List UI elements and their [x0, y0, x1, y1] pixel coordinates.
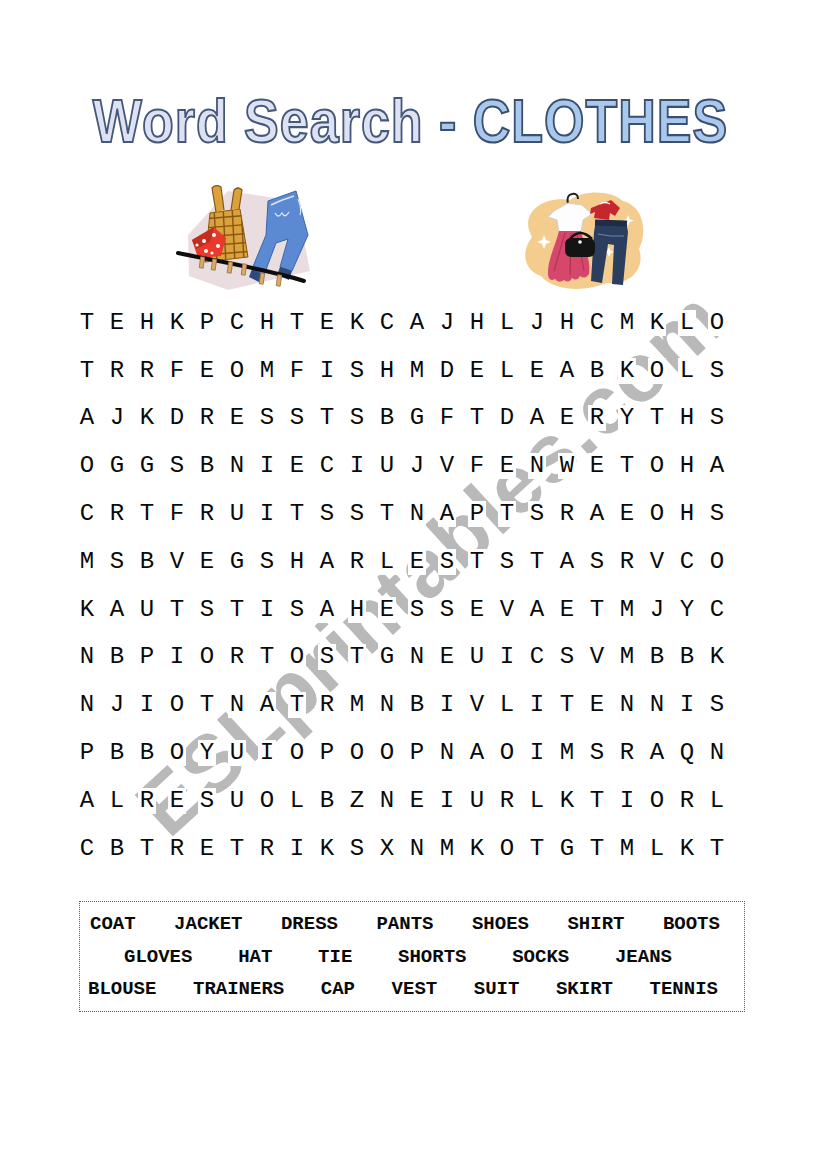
grid-letter: U — [228, 501, 246, 527]
grid-letter: V — [168, 549, 186, 575]
grid-cell: R — [252, 825, 282, 873]
grid-cell: T — [222, 825, 252, 873]
grid-letter: T — [138, 501, 156, 527]
grid-letter: O — [708, 549, 726, 575]
grid-letter: N — [408, 836, 426, 862]
grid-letter: G — [378, 644, 396, 670]
grid-cell: M — [612, 825, 642, 873]
grid-cell: P — [312, 729, 342, 777]
grid-cell: B — [672, 634, 702, 682]
grid-letter: H — [348, 597, 366, 623]
grid-letter: E — [618, 501, 636, 527]
grid-letter: R — [558, 501, 576, 527]
grid-cell: T — [582, 586, 612, 634]
grid-cell: H — [372, 347, 402, 395]
grid-cell: L — [282, 777, 312, 825]
grid-cell: N — [402, 490, 432, 538]
grid-cell: S — [342, 395, 372, 443]
grid-cell: M — [252, 347, 282, 395]
word-list-item: BLOUSE — [88, 978, 156, 1000]
grid-cell: S — [192, 586, 222, 634]
grid-letter: L — [378, 549, 396, 575]
grid-cell: C — [702, 586, 732, 634]
grid-cell: T — [282, 299, 312, 347]
grid-letter: A — [78, 405, 96, 431]
grid-letter: K — [618, 358, 636, 384]
grid-letter: K — [318, 836, 336, 862]
grid-letter: E — [468, 597, 486, 623]
grid-letter: K — [648, 310, 666, 336]
grid-cell: R — [132, 777, 162, 825]
grid-letter: B — [378, 405, 396, 431]
grid-cell: R — [102, 490, 132, 538]
grid-cell: S — [702, 347, 732, 395]
grid-cell: V — [492, 586, 522, 634]
grid-letter: O — [168, 692, 186, 718]
clothes-clipart — [510, 187, 650, 295]
grid-cell: T — [342, 634, 372, 682]
grid-letter: T — [468, 549, 486, 575]
grid-cell: E — [582, 442, 612, 490]
grid-letter: T — [318, 405, 336, 431]
grid-letter: O — [648, 501, 666, 527]
grid-letter: S — [318, 644, 336, 670]
grid-cell: E — [312, 299, 342, 347]
grid-cell: I — [252, 490, 282, 538]
grid-cell: T — [702, 825, 732, 873]
worksheet-page: Word Search - CLOTHES — [0, 0, 821, 1169]
grid-letter: O — [378, 740, 396, 766]
grid-cell: K — [462, 825, 492, 873]
grid-letter: M — [558, 740, 576, 766]
grid-letter: S — [708, 692, 726, 718]
grid-letter: B — [318, 788, 336, 814]
grid-letter: R — [228, 644, 246, 670]
word-list-item: SKIRT — [556, 978, 613, 1000]
grid-cell: I — [522, 681, 552, 729]
grid-letter: I — [258, 740, 276, 766]
grid-cell: N — [222, 681, 252, 729]
grid-cell: G — [402, 395, 432, 443]
grid-letter: I — [438, 788, 456, 814]
grid-cell: T — [282, 681, 312, 729]
grid-cell: H — [672, 395, 702, 443]
grid-cell: O — [282, 634, 312, 682]
grid-letter: H — [468, 310, 486, 336]
grid-cell: R — [612, 538, 642, 586]
grid-cell: A — [522, 395, 552, 443]
grid-cell: K — [552, 777, 582, 825]
grid-cell: I — [282, 825, 312, 873]
grid-letter: R — [108, 501, 126, 527]
grid-cell: V — [642, 538, 672, 586]
grid-cell: S — [582, 729, 612, 777]
grid-cell: T — [132, 825, 162, 873]
clothes-illustration — [510, 187, 650, 295]
grid-letter: V — [648, 549, 666, 575]
grid-cell: A — [312, 538, 342, 586]
grid-letter: T — [618, 453, 636, 479]
grid-cell: B — [192, 442, 222, 490]
grid-letter: R — [678, 788, 696, 814]
grid-letter: I — [618, 788, 636, 814]
grid-cell: R — [342, 538, 372, 586]
grid-cell: O — [372, 729, 402, 777]
grid-letter: P — [138, 644, 156, 670]
grid-cell: S — [192, 777, 222, 825]
grid-letter: A — [318, 549, 336, 575]
grid-cell: T — [462, 395, 492, 443]
grid-letter: E — [468, 358, 486, 384]
grid-letter: P — [408, 740, 426, 766]
grid-cell: H — [132, 299, 162, 347]
grid-cell: U — [222, 490, 252, 538]
grid-cell: T — [552, 681, 582, 729]
grid-letter: L — [108, 788, 126, 814]
grid-letter: S — [258, 405, 276, 431]
grid-cell: S — [702, 681, 732, 729]
grid-cell: U — [462, 634, 492, 682]
grid-letter: E — [228, 405, 246, 431]
grid-cell: M — [402, 347, 432, 395]
word-list-item: SOCKS — [512, 946, 569, 968]
grid-cell: A — [642, 729, 672, 777]
grid-letter: I — [258, 501, 276, 527]
grid-cell: T — [492, 490, 522, 538]
grid-cell: X — [372, 825, 402, 873]
grid-letter: H — [678, 405, 696, 431]
grid-cell: O — [702, 299, 732, 347]
grid-cell: B — [642, 634, 672, 682]
grid-letter: F — [168, 501, 186, 527]
grid-letter: S — [588, 740, 606, 766]
grid-cell: S — [102, 538, 132, 586]
grid-letter: T — [78, 310, 96, 336]
grid-cell: P — [192, 299, 222, 347]
grid-cell: S — [342, 347, 372, 395]
grid-cell: K — [672, 825, 702, 873]
grid-cell: M — [612, 634, 642, 682]
grid-cell: S — [702, 395, 732, 443]
grid-cell: I — [432, 777, 462, 825]
grid-cell: T — [72, 299, 102, 347]
grid-letter: S — [288, 405, 306, 431]
word-list-item: VEST — [392, 978, 438, 1000]
grid-cell: I — [252, 586, 282, 634]
grid-letter: L — [498, 358, 516, 384]
grid-cell: I — [342, 442, 372, 490]
grid-cell: M — [612, 299, 642, 347]
grid-cell: R — [612, 729, 642, 777]
word-list-item: JEANS — [615, 946, 672, 968]
grid-cell: H — [282, 538, 312, 586]
grid-cell: N — [72, 681, 102, 729]
grid-cell: F — [162, 490, 192, 538]
grid-cell: N — [612, 681, 642, 729]
grid-letter: K — [78, 597, 96, 623]
grid-letter: Y — [198, 740, 216, 766]
grid-cell: Y — [672, 586, 702, 634]
grid-cell: D — [162, 395, 192, 443]
grid-cell: S — [342, 825, 372, 873]
grid-letter: K — [468, 836, 486, 862]
grid-letter: A — [528, 597, 546, 623]
grid-letter: E — [558, 597, 576, 623]
grid-cell: G — [372, 634, 402, 682]
grid-cell: H — [552, 299, 582, 347]
grid-cell: M — [72, 538, 102, 586]
grid-letter: W — [558, 453, 576, 479]
grid-cell: P — [132, 634, 162, 682]
grid-letter: N — [228, 453, 246, 479]
word-list-item: SHORTS — [398, 946, 466, 968]
grid-letter: S — [258, 549, 276, 575]
grid-letter: U — [468, 644, 486, 670]
grid-letter: Q — [678, 740, 696, 766]
grid-cell: R — [672, 777, 702, 825]
grid-letter: G — [558, 836, 576, 862]
grid-letter: B — [678, 644, 696, 670]
grid-cell: S — [402, 586, 432, 634]
grid-letter: I — [678, 692, 696, 718]
grid-letter: G — [138, 453, 156, 479]
grid-cell: R — [132, 347, 162, 395]
grid-cell: E — [162, 777, 192, 825]
grid-cell: B — [132, 538, 162, 586]
grid-letter: A — [468, 740, 486, 766]
grid-letter: E — [108, 310, 126, 336]
word-search-grid: TEHKPCHTEKCAJHLJHCMKLOTRRFEOMFISHMDELEAB… — [72, 299, 732, 873]
word-list-item: CAP — [321, 978, 355, 1000]
grid-cell: L — [702, 777, 732, 825]
grid-cell: B — [102, 634, 132, 682]
grid-letter: M — [618, 310, 636, 336]
grid-cell: A — [102, 586, 132, 634]
grid-cell: L — [672, 347, 702, 395]
grid-letter: S — [348, 358, 366, 384]
grid-letter: S — [348, 836, 366, 862]
grid-letter: Y — [678, 597, 696, 623]
grid-cell: S — [342, 490, 372, 538]
grid-cell: G — [102, 442, 132, 490]
word-list-item: SHIRT — [567, 913, 624, 935]
grid-letter: T — [228, 597, 246, 623]
grid-cell: O — [282, 729, 312, 777]
grid-letter: J — [108, 692, 126, 718]
grid-letter: I — [528, 740, 546, 766]
word-list-row: BLOUSETRAINERSCAPVESTSUITSKIRTTENNIS — [80, 978, 744, 1000]
grid-cell: K — [642, 299, 672, 347]
grid-cell: B — [102, 729, 132, 777]
grid-letter: R — [138, 788, 156, 814]
grid-letter: T — [78, 358, 96, 384]
grid-letter: Y — [618, 405, 636, 431]
grid-letter: O — [648, 453, 666, 479]
grid-letter: N — [228, 692, 246, 718]
grid-cell: B — [102, 825, 132, 873]
grid-cell: C — [582, 299, 612, 347]
grid-cell: N — [402, 634, 432, 682]
grid-cell: K — [612, 347, 642, 395]
grid-letter: T — [288, 310, 306, 336]
grid-cell: E — [402, 538, 432, 586]
grid-letter: T — [528, 549, 546, 575]
grid-letter: O — [498, 740, 516, 766]
grid-letter: E — [408, 788, 426, 814]
grid-letter: I — [258, 597, 276, 623]
grid-cell: V — [582, 634, 612, 682]
grid-letter: F — [468, 453, 486, 479]
title-word-search: Word Search — [93, 87, 439, 155]
grid-letter: T — [378, 501, 396, 527]
grid-letter: B — [108, 836, 126, 862]
grid-cell: R — [102, 347, 132, 395]
grid-cell: J — [432, 299, 462, 347]
grid-cell: F — [462, 442, 492, 490]
grid-letter: M — [348, 692, 366, 718]
grid-cell: S — [582, 538, 612, 586]
grid-letter: E — [198, 836, 216, 862]
grid-cell: A — [312, 586, 342, 634]
grid-cell: O — [222, 347, 252, 395]
page-title: Word Search - CLOTHES — [0, 82, 821, 162]
grid-cell: O — [192, 634, 222, 682]
grid-letter: D — [438, 358, 456, 384]
grid-letter: I — [318, 358, 336, 384]
grid-cell: F — [282, 347, 312, 395]
grid-letter: T — [648, 405, 666, 431]
grid-letter: S — [438, 597, 456, 623]
grid-cell: M — [432, 825, 462, 873]
grid-letter: K — [558, 788, 576, 814]
grid-cell: S — [252, 395, 282, 443]
grid-cell: R — [312, 681, 342, 729]
grid-cell: T — [72, 347, 102, 395]
grid-cell: I — [162, 634, 192, 682]
word-list-item: SHOES — [472, 913, 529, 935]
grid-cell: A — [72, 395, 102, 443]
grid-cell: H — [462, 299, 492, 347]
grid-cell: A — [462, 729, 492, 777]
grid-cell: I — [492, 634, 522, 682]
grid-cell: T — [312, 395, 342, 443]
grid-cell: B — [402, 681, 432, 729]
grid-letter: C — [78, 501, 96, 527]
grid-cell: N — [72, 634, 102, 682]
word-list-item: DRESS — [281, 913, 338, 935]
grid-letter: D — [168, 405, 186, 431]
clothesline-illustration — [176, 183, 318, 295]
grid-letter: R — [258, 836, 276, 862]
grid-cell: S — [702, 490, 732, 538]
grid-cell: U — [222, 729, 252, 777]
grid-cell: B — [312, 777, 342, 825]
word-list-row: COATJACKETDRESSPANTSSHOESSHIRTBOOTS — [80, 913, 744, 935]
grid-cell: G — [222, 538, 252, 586]
grid-cell: A — [72, 777, 102, 825]
grid-letter: R — [318, 692, 336, 718]
grid-cell: E — [222, 395, 252, 443]
grid-letter: B — [138, 549, 156, 575]
grid-letter: N — [78, 644, 96, 670]
grid-cell: T — [522, 825, 552, 873]
grid-letter: O — [648, 788, 666, 814]
grid-cell: H — [252, 299, 282, 347]
grid-letter: S — [348, 405, 366, 431]
grid-cell: N — [522, 442, 552, 490]
grid-letter: V — [438, 453, 456, 479]
grid-cell: S — [492, 538, 522, 586]
word-list-item: TIE — [318, 946, 352, 968]
grid-letter: I — [498, 644, 516, 670]
grid-letter: O — [498, 836, 516, 862]
grid-letter: N — [648, 692, 666, 718]
grid-letter: J — [528, 310, 546, 336]
grid-letter: R — [198, 405, 216, 431]
grid-letter: I — [528, 692, 546, 718]
grid-cell: N — [372, 681, 402, 729]
grid-letter: F — [288, 358, 306, 384]
grid-letter: L — [708, 788, 726, 814]
grid-cell: E — [612, 490, 642, 538]
grid-letter: E — [438, 644, 456, 670]
grid-cell: M — [552, 729, 582, 777]
word-list-item: PANTS — [376, 913, 433, 935]
grid-cell: R — [582, 395, 612, 443]
grid-cell: A — [402, 299, 432, 347]
grid-cell: T — [462, 538, 492, 586]
grid-cell: I — [432, 681, 462, 729]
grid-letter: L — [528, 788, 546, 814]
word-list-item: GLOVES — [124, 946, 192, 968]
grid-cell: J — [522, 299, 552, 347]
grid-letter: E — [198, 358, 216, 384]
grid-cell: A — [702, 442, 732, 490]
grid-cell: G — [552, 825, 582, 873]
grid-letter: E — [408, 549, 426, 575]
grid-letter: A — [78, 788, 96, 814]
grid-cell: S — [252, 538, 282, 586]
grid-letter: S — [348, 501, 366, 527]
grid-letter: E — [378, 597, 396, 623]
grid-letter: A — [258, 692, 276, 718]
grid-letter: T — [588, 836, 606, 862]
grid-letter: N — [408, 644, 426, 670]
grid-cell: E — [192, 538, 222, 586]
grid-cell: R — [192, 395, 222, 443]
grid-cell: K — [162, 299, 192, 347]
grid-letter: S — [588, 549, 606, 575]
grid-letter: H — [138, 310, 156, 336]
grid-cell: T — [582, 777, 612, 825]
grid-letter: M — [618, 644, 636, 670]
grid-cell: A — [252, 681, 282, 729]
grid-letter: C — [228, 310, 246, 336]
grid-letter: O — [648, 358, 666, 384]
grid-cell: E — [552, 395, 582, 443]
grid-letter: A — [318, 597, 336, 623]
grid-cell: I — [132, 681, 162, 729]
grid-cell: M — [612, 586, 642, 634]
grid-letter: N — [408, 501, 426, 527]
grid-cell: N — [642, 681, 672, 729]
grid-letter: J — [108, 405, 126, 431]
grid-letter: N — [528, 453, 546, 479]
grid-letter: O — [708, 310, 726, 336]
grid-cell: I — [672, 681, 702, 729]
grid-cell: F — [162, 347, 192, 395]
grid-cell: A — [432, 490, 462, 538]
